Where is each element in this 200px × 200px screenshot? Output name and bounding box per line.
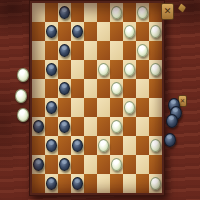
- square[interactable]: [71, 60, 84, 79]
- square[interactable]: [32, 41, 45, 60]
- square: [71, 79, 84, 98]
- square: [58, 98, 71, 117]
- square[interactable]: [32, 3, 45, 22]
- square: [97, 41, 110, 60]
- square[interactable]: [149, 22, 162, 41]
- square: [84, 174, 97, 193]
- dark-piece[interactable]: [59, 44, 70, 57]
- square[interactable]: [110, 117, 123, 136]
- square: [32, 22, 45, 41]
- square: [110, 60, 123, 79]
- hourglass-timer-icon: ✕: [161, 3, 174, 20]
- captured-dark-piece: [166, 114, 178, 128]
- light-piece[interactable]: [111, 6, 122, 19]
- square: [71, 155, 84, 174]
- square[interactable]: [149, 98, 162, 117]
- square[interactable]: [45, 22, 58, 41]
- square[interactable]: [136, 117, 149, 136]
- dark-piece[interactable]: [46, 63, 57, 76]
- dark-piece[interactable]: [46, 101, 57, 114]
- square[interactable]: [110, 3, 123, 22]
- square: [45, 41, 58, 60]
- square[interactable]: [58, 41, 71, 60]
- square[interactable]: [71, 22, 84, 41]
- square[interactable]: [84, 41, 97, 60]
- square[interactable]: [84, 3, 97, 22]
- game-screen: ✕ ✕: [0, 0, 200, 200]
- square[interactable]: [136, 155, 149, 174]
- square[interactable]: [45, 174, 58, 193]
- square: [123, 117, 136, 136]
- square[interactable]: [97, 136, 110, 155]
- dark-piece[interactable]: [46, 139, 57, 152]
- light-piece[interactable]: [137, 6, 148, 19]
- square[interactable]: [136, 3, 149, 22]
- square[interactable]: [110, 155, 123, 174]
- square: [149, 79, 162, 98]
- square[interactable]: [136, 41, 149, 60]
- light-piece[interactable]: [150, 177, 161, 190]
- square: [45, 155, 58, 174]
- square[interactable]: [58, 155, 71, 174]
- square: [123, 3, 136, 22]
- dark-piece[interactable]: [59, 82, 70, 95]
- dark-piece[interactable]: [59, 158, 70, 171]
- board-frame: [29, 0, 165, 196]
- square[interactable]: [110, 79, 123, 98]
- light-piece[interactable]: [124, 25, 135, 38]
- square: [136, 60, 149, 79]
- square: [110, 136, 123, 155]
- square: [45, 79, 58, 98]
- square: [84, 136, 97, 155]
- square: [149, 155, 162, 174]
- square[interactable]: [32, 155, 45, 174]
- square: [97, 155, 110, 174]
- dark-piece[interactable]: [72, 139, 83, 152]
- light-piece[interactable]: [150, 63, 161, 76]
- square: [58, 174, 71, 193]
- square[interactable]: [58, 79, 71, 98]
- dark-piece[interactable]: [33, 158, 44, 171]
- square: [110, 22, 123, 41]
- square: [110, 98, 123, 117]
- dark-piece[interactable]: [46, 25, 57, 38]
- square: [71, 41, 84, 60]
- square: [84, 22, 97, 41]
- square: [45, 3, 58, 22]
- square[interactable]: [97, 98, 110, 117]
- square: [149, 41, 162, 60]
- light-piece[interactable]: [137, 44, 148, 57]
- square[interactable]: [110, 41, 123, 60]
- square[interactable]: [58, 3, 71, 22]
- square: [32, 174, 45, 193]
- square: [58, 22, 71, 41]
- square[interactable]: [123, 98, 136, 117]
- square[interactable]: [71, 136, 84, 155]
- square: [149, 117, 162, 136]
- square: [97, 79, 110, 98]
- square[interactable]: [32, 117, 45, 136]
- square[interactable]: [84, 155, 97, 174]
- square: [136, 22, 149, 41]
- checkers-board: [32, 3, 162, 193]
- square[interactable]: [97, 60, 110, 79]
- square: [71, 117, 84, 136]
- captured-dark-piece: [164, 133, 176, 147]
- light-piece[interactable]: [150, 25, 161, 38]
- square[interactable]: [97, 22, 110, 41]
- square: [136, 174, 149, 193]
- square: [84, 98, 97, 117]
- dark-piece[interactable]: [46, 177, 57, 190]
- square: [136, 136, 149, 155]
- square[interactable]: [58, 117, 71, 136]
- captured-light-piece: [17, 108, 29, 122]
- captured-light-piece: [17, 68, 29, 82]
- light-piece[interactable]: [111, 158, 122, 171]
- square: [58, 60, 71, 79]
- square[interactable]: [123, 22, 136, 41]
- square: [97, 3, 110, 22]
- square[interactable]: [45, 136, 58, 155]
- dark-piece[interactable]: [72, 177, 83, 190]
- captured-light-piece: [15, 89, 27, 103]
- light-piece[interactable]: [111, 82, 122, 95]
- square[interactable]: [123, 174, 136, 193]
- square: [71, 3, 84, 22]
- square: [32, 60, 45, 79]
- square[interactable]: [84, 117, 97, 136]
- dark-piece[interactable]: [72, 25, 83, 38]
- light-piece[interactable]: [98, 63, 109, 76]
- light-piece[interactable]: [150, 139, 161, 152]
- square: [110, 174, 123, 193]
- square[interactable]: [149, 136, 162, 155]
- dark-piece[interactable]: [59, 6, 70, 19]
- square: [45, 117, 58, 136]
- square[interactable]: [123, 60, 136, 79]
- square[interactable]: [149, 60, 162, 79]
- square[interactable]: [149, 174, 162, 193]
- square[interactable]: [136, 79, 149, 98]
- dark-piece[interactable]: [59, 120, 70, 133]
- square[interactable]: [71, 174, 84, 193]
- light-piece[interactable]: [111, 120, 122, 133]
- square[interactable]: [45, 98, 58, 117]
- square: [84, 60, 97, 79]
- square[interactable]: [71, 98, 84, 117]
- square: [32, 136, 45, 155]
- square[interactable]: [123, 136, 136, 155]
- square[interactable]: [32, 79, 45, 98]
- light-piece[interactable]: [98, 139, 109, 152]
- square: [97, 117, 110, 136]
- square: [58, 136, 71, 155]
- square: [136, 98, 149, 117]
- dark-piece[interactable]: [33, 120, 44, 133]
- square[interactable]: [45, 60, 58, 79]
- light-piece[interactable]: [124, 101, 135, 114]
- square: [123, 79, 136, 98]
- square[interactable]: [97, 174, 110, 193]
- square: [123, 41, 136, 60]
- square: [32, 98, 45, 117]
- light-piece[interactable]: [124, 63, 135, 76]
- square: [123, 155, 136, 174]
- square[interactable]: [84, 79, 97, 98]
